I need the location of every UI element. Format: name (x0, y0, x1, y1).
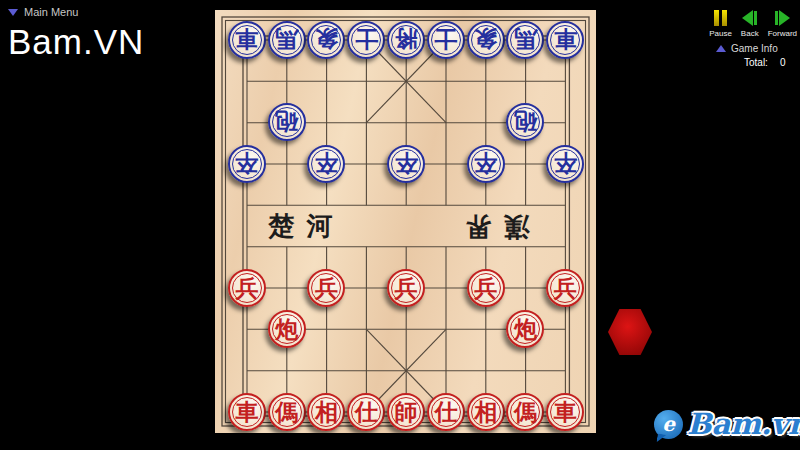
piece-glyph: 相 (315, 400, 338, 423)
back-button[interactable]: Back (741, 10, 759, 38)
piece-glyph: 傌 (514, 400, 537, 423)
red-hexagon-marker (608, 309, 652, 355)
piece-glyph: 馬 (275, 28, 298, 51)
piece-glyph: 砲 (275, 111, 298, 134)
piece-black-soldier[interactable]: 卒 (546, 145, 584, 183)
total-label: Total: (744, 57, 768, 68)
piece-glyph: 師 (395, 400, 418, 423)
piece-black-advisor[interactable]: 士 (347, 21, 385, 59)
piece-black-cannon[interactable]: 砲 (506, 103, 544, 141)
piece-black-soldier[interactable]: 卒 (467, 145, 505, 183)
piece-glyph: 仕 (434, 400, 457, 423)
piece-glyph: 車 (235, 400, 258, 423)
piece-red-horse[interactable]: 傌 (268, 393, 306, 431)
piece-red-elephant[interactable]: 相 (467, 393, 505, 431)
piece-glyph: 砲 (514, 111, 537, 134)
brand-title: Bam.VN (8, 22, 144, 62)
piece-glyph: 仕 (355, 400, 378, 423)
xiangqi-board[interactable]: 楚河 漢界 車馬象士將士象馬車砲砲卒卒卒卒卒兵兵兵兵兵炮炮車傌相仕師仕相傌車 (215, 10, 596, 433)
pause-label: Pause (709, 29, 732, 38)
game-info-triangle-icon (716, 45, 726, 52)
logo-text: Bam.vn (687, 407, 800, 441)
piece-glyph: 象 (474, 28, 497, 51)
piece-red-chariot[interactable]: 車 (228, 393, 266, 431)
piece-red-general[interactable]: 師 (387, 393, 425, 431)
piece-glyph: 士 (434, 28, 457, 51)
total-row: Total: 0 (744, 57, 785, 68)
piece-glyph: 卒 (474, 152, 497, 175)
piece-glyph: 兵 (395, 276, 418, 299)
playback-toolbar: Pause Back Forward (709, 10, 797, 38)
piece-glyph: 炮 (514, 317, 537, 340)
piece-red-elephant[interactable]: 相 (307, 393, 345, 431)
piece-red-cannon[interactable]: 炮 (506, 310, 544, 348)
piece-glyph: 傌 (275, 400, 298, 423)
piece-glyph: 車 (554, 400, 577, 423)
game-info-toggle[interactable]: Game Info (716, 43, 778, 54)
piece-red-soldier[interactable]: 兵 (307, 269, 345, 307)
piece-glyph: 卒 (235, 152, 258, 175)
piece-glyph: 炮 (275, 317, 298, 340)
piece-black-soldier[interactable]: 卒 (387, 145, 425, 183)
piece-black-elephant[interactable]: 象 (307, 21, 345, 59)
piece-red-soldier[interactable]: 兵 (467, 269, 505, 307)
piece-red-horse[interactable]: 傌 (506, 393, 544, 431)
pieces-layer: 車馬象士將士象馬車砲砲卒卒卒卒卒兵兵兵兵兵炮炮車傌相仕師仕相傌車 (215, 10, 596, 433)
piece-black-cannon[interactable]: 砲 (268, 103, 306, 141)
forward-label: Forward (768, 29, 797, 38)
piece-glyph: 兵 (315, 276, 338, 299)
piece-glyph: 車 (235, 28, 258, 51)
step-back-icon (742, 10, 757, 26)
piece-red-soldier[interactable]: 兵 (228, 269, 266, 307)
piece-black-advisor[interactable]: 士 (427, 21, 465, 59)
pause-icon (714, 10, 727, 26)
total-value: 0 (780, 57, 786, 68)
piece-black-general[interactable]: 將 (387, 21, 425, 59)
piece-glyph: 士 (355, 28, 378, 51)
piece-black-chariot[interactable]: 車 (228, 21, 266, 59)
piece-glyph: 卒 (395, 152, 418, 175)
piece-glyph: 兵 (474, 276, 497, 299)
logo-e-icon: e (654, 410, 683, 439)
piece-glyph: 象 (315, 28, 338, 51)
piece-red-chariot[interactable]: 車 (546, 393, 584, 431)
piece-red-soldier[interactable]: 兵 (387, 269, 425, 307)
pause-button[interactable]: Pause (709, 10, 732, 38)
game-info-label: Game Info (731, 43, 778, 54)
piece-red-soldier[interactable]: 兵 (546, 269, 584, 307)
piece-glyph: 卒 (315, 152, 338, 175)
piece-red-cannon[interactable]: 炮 (268, 310, 306, 348)
piece-black-horse[interactable]: 馬 (506, 21, 544, 59)
menu-triangle-icon (8, 9, 18, 16)
bam-vn-logo: e Bam.vn (654, 407, 800, 441)
piece-glyph: 馬 (514, 28, 537, 51)
main-menu-label: Main Menu (24, 6, 78, 18)
piece-black-chariot[interactable]: 車 (546, 21, 584, 59)
step-forward-icon (775, 10, 790, 26)
piece-glyph: 卒 (554, 152, 577, 175)
piece-glyph: 相 (474, 400, 497, 423)
app-screen: Main Menu Bam.VN Pause Back Forward Game… (0, 0, 800, 450)
piece-red-advisor[interactable]: 仕 (427, 393, 465, 431)
main-menu-button[interactable]: Main Menu (8, 6, 78, 18)
piece-black-soldier[interactable]: 卒 (307, 145, 345, 183)
piece-glyph: 將 (395, 28, 418, 51)
piece-black-elephant[interactable]: 象 (467, 21, 505, 59)
piece-glyph: 兵 (235, 276, 258, 299)
back-label: Back (741, 29, 759, 38)
forward-button[interactable]: Forward (768, 10, 797, 38)
piece-glyph: 車 (554, 28, 577, 51)
piece-black-soldier[interactable]: 卒 (228, 145, 266, 183)
piece-black-horse[interactable]: 馬 (268, 21, 306, 59)
piece-glyph: 兵 (554, 276, 577, 299)
piece-red-advisor[interactable]: 仕 (347, 393, 385, 431)
